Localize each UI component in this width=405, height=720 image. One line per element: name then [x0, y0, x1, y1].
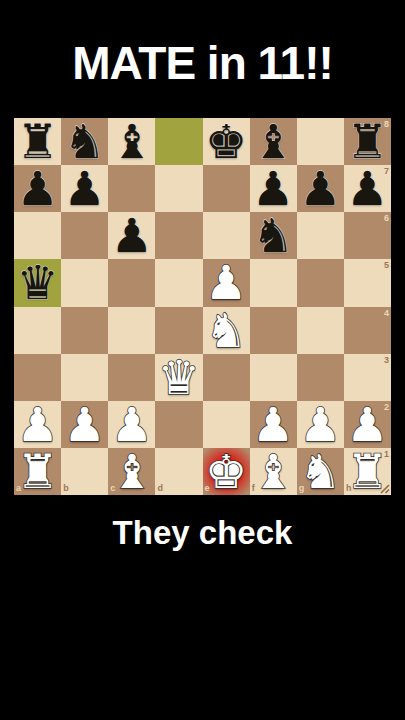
chess-board[interactable]: ♜♞♝♚♝8♜♟♟♟♟7♟♟♞6♛♟5♞4♛3♟♟♟♟♟2♟a♜bc♝de♚f♝… [14, 118, 391, 495]
square-g4[interactable] [297, 307, 344, 354]
coord-rank-4: 4 [384, 309, 389, 318]
square-h6[interactable]: 6 [344, 212, 391, 259]
video-frame: MATE in 11!! ♜♞♝♚♝8♜♟♟♟♟7♟♟♞6♛♟5♞4♛3♟♟♟♟… [0, 0, 405, 720]
square-a4[interactable] [14, 307, 61, 354]
square-h3[interactable]: 3 [344, 354, 391, 401]
white-knight-g1[interactable]: ♞ [299, 448, 341, 495]
square-c2[interactable]: ♟ [108, 401, 155, 448]
square-d2[interactable] [155, 401, 202, 448]
square-c3[interactable] [108, 354, 155, 401]
square-h2[interactable]: 2♟ [344, 401, 391, 448]
square-a1[interactable]: a♜ [14, 448, 61, 495]
square-e6[interactable] [203, 212, 250, 259]
square-a8[interactable]: ♜ [14, 118, 61, 165]
black-pawn-g7[interactable]: ♟ [299, 165, 341, 212]
square-e8[interactable]: ♚ [203, 118, 250, 165]
page-title: MATE in 11!! [0, 38, 405, 89]
white-pawn-e5[interactable]: ♟ [205, 259, 247, 306]
white-pawn-b2[interactable]: ♟ [64, 401, 106, 448]
square-d1[interactable]: d [155, 448, 202, 495]
square-e2[interactable] [203, 401, 250, 448]
square-f8[interactable]: ♝ [250, 118, 297, 165]
white-pawn-f2[interactable]: ♟ [252, 401, 294, 448]
square-b2[interactable]: ♟ [61, 401, 108, 448]
black-queen-a5[interactable]: ♛ [16, 259, 58, 306]
square-c1[interactable]: c♝ [108, 448, 155, 495]
square-f3[interactable] [250, 354, 297, 401]
white-pawn-c2[interactable]: ♟ [111, 401, 153, 448]
coord-rank-6: 6 [384, 214, 389, 223]
white-queen-d3[interactable]: ♛ [158, 354, 200, 401]
square-g3[interactable] [297, 354, 344, 401]
square-h8[interactable]: 8♜ [344, 118, 391, 165]
square-e7[interactable] [203, 165, 250, 212]
square-a5[interactable]: ♛ [14, 259, 61, 306]
white-pawn-a2[interactable]: ♟ [16, 401, 58, 448]
caption-text: They check [0, 514, 405, 552]
coord-file-b: b [63, 484, 69, 493]
square-a7[interactable]: ♟ [14, 165, 61, 212]
square-d3[interactable]: ♛ [155, 354, 202, 401]
square-e1[interactable]: e♚ [203, 448, 250, 495]
square-b7[interactable]: ♟ [61, 165, 108, 212]
black-king-e8[interactable]: ♚ [205, 118, 247, 165]
square-g6[interactable] [297, 212, 344, 259]
square-d7[interactable] [155, 165, 202, 212]
square-g7[interactable]: ♟ [297, 165, 344, 212]
black-pawn-b7[interactable]: ♟ [64, 165, 106, 212]
black-rook-h8[interactable]: ♜ [346, 118, 388, 165]
square-b4[interactable] [61, 307, 108, 354]
square-f1[interactable]: f♝ [250, 448, 297, 495]
coord-rank-3: 3 [384, 356, 389, 365]
square-f2[interactable]: ♟ [250, 401, 297, 448]
white-bishop-c1[interactable]: ♝ [111, 448, 153, 495]
black-knight-b8[interactable]: ♞ [64, 118, 106, 165]
black-bishop-f8[interactable]: ♝ [252, 118, 294, 165]
square-g8[interactable] [297, 118, 344, 165]
square-d8[interactable] [155, 118, 202, 165]
coord-rank-5: 5 [384, 261, 389, 270]
black-pawn-f7[interactable]: ♟ [252, 165, 294, 212]
white-pawn-g2[interactable]: ♟ [299, 401, 341, 448]
square-f6[interactable]: ♞ [250, 212, 297, 259]
square-f5[interactable] [250, 259, 297, 306]
white-rook-a1[interactable]: ♜ [16, 448, 58, 495]
square-g1[interactable]: g♞ [297, 448, 344, 495]
square-b3[interactable] [61, 354, 108, 401]
square-c7[interactable] [108, 165, 155, 212]
square-b6[interactable] [61, 212, 108, 259]
white-pawn-h2[interactable]: ♟ [346, 401, 388, 448]
square-f7[interactable]: ♟ [250, 165, 297, 212]
board-resize-handle[interactable] [378, 482, 390, 494]
square-b1[interactable]: b [61, 448, 108, 495]
white-king-e1[interactable]: ♚ [205, 448, 247, 495]
square-e3[interactable] [203, 354, 250, 401]
square-a2[interactable]: ♟ [14, 401, 61, 448]
square-b5[interactable] [61, 259, 108, 306]
black-pawn-h7[interactable]: ♟ [346, 165, 388, 212]
square-c8[interactable]: ♝ [108, 118, 155, 165]
square-h4[interactable]: 4 [344, 307, 391, 354]
square-f4[interactable] [250, 307, 297, 354]
black-pawn-a7[interactable]: ♟ [16, 165, 58, 212]
square-h5[interactable]: 5 [344, 259, 391, 306]
square-d4[interactable] [155, 307, 202, 354]
square-g5[interactable] [297, 259, 344, 306]
square-h7[interactable]: 7♟ [344, 165, 391, 212]
white-bishop-f1[interactable]: ♝ [252, 448, 294, 495]
square-a6[interactable] [14, 212, 61, 259]
square-c5[interactable] [108, 259, 155, 306]
square-a3[interactable] [14, 354, 61, 401]
square-g2[interactable]: ♟ [297, 401, 344, 448]
square-d5[interactable] [155, 259, 202, 306]
square-e5[interactable]: ♟ [203, 259, 250, 306]
square-c6[interactable]: ♟ [108, 212, 155, 259]
square-c4[interactable] [108, 307, 155, 354]
black-knight-f6[interactable]: ♞ [252, 212, 294, 259]
black-bishop-c8[interactable]: ♝ [111, 118, 153, 165]
square-d6[interactable] [155, 212, 202, 259]
black-rook-a8[interactable]: ♜ [16, 118, 58, 165]
square-e4[interactable]: ♞ [203, 307, 250, 354]
black-pawn-c6[interactable]: ♟ [111, 212, 153, 259]
white-knight-e4[interactable]: ♞ [205, 307, 247, 354]
coord-file-d: d [157, 484, 163, 493]
square-b8[interactable]: ♞ [61, 118, 108, 165]
